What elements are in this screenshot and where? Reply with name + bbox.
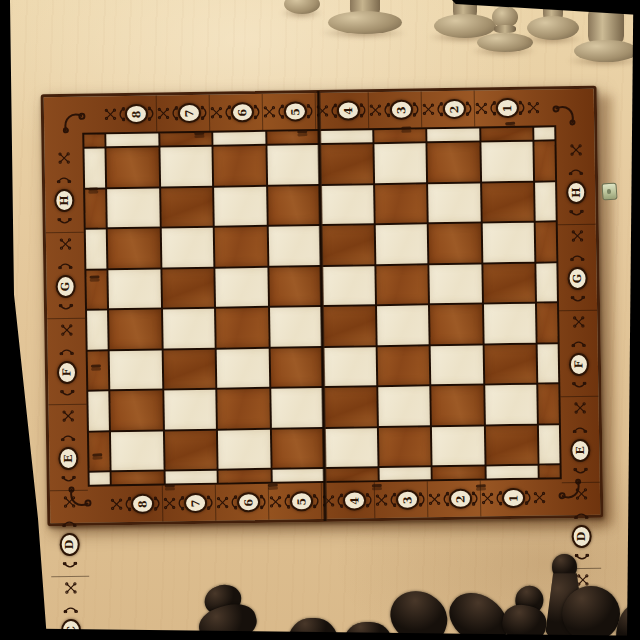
square-f6[interactable] (215, 227, 267, 266)
square-f2[interactable] (429, 224, 481, 263)
square-d1[interactable] (483, 304, 535, 343)
curl-icon (59, 476, 79, 484)
x-scroll-icon (110, 493, 123, 515)
x-scroll-icon (475, 97, 488, 119)
coordinate-medallion: 4 (343, 490, 366, 510)
square-g1[interactable] (482, 182, 534, 221)
coordinate-label: 4 (343, 107, 354, 115)
border-filler (86, 229, 107, 268)
curl-icon (571, 511, 591, 519)
square-c7[interactable] (163, 349, 215, 388)
burn-stamp-mark (165, 484, 175, 488)
coordinate-medallion: 2 (443, 99, 466, 119)
x-scroll-icon (216, 491, 229, 513)
x-scroll-icon (54, 237, 76, 250)
square-h8[interactable] (106, 148, 158, 187)
coordinate-cell-g: G (558, 224, 597, 311)
x-scroll-icon (564, 143, 586, 156)
x-scroll-icon (566, 229, 588, 242)
curl-icon (57, 390, 77, 398)
coordinate-medallion: F (569, 353, 589, 376)
coordinate-medallion: 1 (496, 98, 519, 118)
curl-icon (569, 382, 589, 390)
square-f8[interactable] (108, 229, 160, 268)
square-a8[interactable] (111, 431, 163, 470)
coordinate-medallion: 3 (390, 100, 413, 120)
coordinate-cell-f: F (47, 318, 86, 405)
square-d6[interactable] (216, 308, 268, 347)
square-d3[interactable] (377, 305, 429, 344)
x-scroll-icon (428, 488, 441, 510)
x-scroll-icon (269, 491, 282, 513)
curl-icon (123, 494, 131, 514)
file-labels-right: H G F E D C B A (556, 139, 599, 466)
coordinate-label: 4 (349, 497, 360, 505)
offboard-black-piece-7[interactable] (562, 586, 620, 640)
square-a1[interactable] (485, 425, 537, 464)
x-scroll-icon (375, 489, 388, 511)
curl-icon (59, 476, 79, 484)
coordinate-medallion: G (55, 275, 75, 298)
border-filler (433, 466, 485, 479)
square-g8[interactable] (107, 188, 159, 227)
square-e7[interactable] (162, 268, 214, 307)
coordinate-cell-4: 4 (315, 92, 369, 129)
curl-icon (117, 104, 125, 124)
curl-icon (382, 100, 390, 120)
border-filler (486, 466, 538, 479)
curl-icon (568, 296, 588, 304)
coordinate-cell-e: E (49, 404, 88, 491)
coordinate-cell-h: H (44, 147, 83, 233)
coordinate-label: G (60, 282, 71, 292)
curl-icon (335, 491, 343, 511)
x-scroll-icon (58, 495, 80, 508)
coordinate-label: 1 (502, 104, 513, 112)
curl-icon (170, 103, 178, 123)
x-scroll-icon (570, 487, 592, 500)
x-scroll-icon (269, 491, 282, 513)
curl-icon (488, 98, 496, 118)
square-g4[interactable] (321, 185, 373, 224)
square-h2[interactable] (427, 143, 479, 182)
x-scroll-icon (163, 492, 176, 514)
x-scroll-icon (375, 489, 388, 511)
square-d5[interactable] (270, 307, 322, 346)
coordinate-medallion: 8 (131, 494, 154, 514)
curl-icon (56, 304, 76, 312)
burn-stamp-mark (476, 484, 486, 488)
burn-stamp-mark (88, 187, 98, 191)
square-h6[interactable] (213, 146, 265, 185)
x-scroll-icon (533, 487, 546, 509)
coordinate-label: D (576, 532, 587, 542)
file-labels-left: H G F E D C B A (44, 147, 87, 474)
x-scroll-icon (58, 495, 80, 508)
curl-icon (61, 605, 81, 613)
curl-icon (170, 103, 178, 123)
border-filler (534, 141, 555, 180)
coordinate-cell-f: F (559, 310, 598, 397)
x-scroll-icon (57, 409, 79, 422)
x-scroll-icon (369, 99, 382, 121)
coordinate-label: 3 (396, 106, 407, 114)
coordinate-cell-h: H (556, 139, 595, 225)
square-c6[interactable] (217, 348, 269, 387)
coordinate-label: H (59, 195, 70, 206)
square-c2[interactable] (431, 345, 483, 384)
curl-icon (494, 488, 502, 508)
x-scroll-icon (163, 492, 176, 514)
curl-icon (567, 210, 587, 218)
square-b1[interactable] (485, 385, 537, 424)
square-f3[interactable] (375, 224, 427, 263)
coordinate-label: 6 (243, 498, 254, 506)
coordinate-label: 7 (184, 109, 195, 117)
curl-icon (55, 261, 75, 269)
piece-base (527, 16, 579, 40)
curl-icon (441, 489, 449, 509)
curl-icon (55, 218, 75, 226)
coordinate-medallion: D (60, 533, 80, 556)
coordinate-medallion: 5 (290, 491, 313, 511)
curl-icon (569, 339, 589, 347)
curl-icon (56, 304, 76, 312)
coordinate-label: E (575, 446, 586, 455)
offboard-white-piece-1[interactable] (328, 0, 402, 34)
square-g5[interactable] (268, 186, 320, 225)
coordinate-cell-3: 3 (368, 91, 422, 128)
coordinate-cell-5: 5 (262, 93, 316, 130)
photo-frame: 8 7 6 5 4 3 2 1 (0, 0, 640, 640)
border-filler (165, 471, 217, 484)
coordinate-cell-g: G (46, 232, 85, 319)
x-scroll-icon (53, 151, 75, 164)
chess-board: 8 7 6 5 4 3 2 1 (41, 86, 604, 527)
curl-icon (435, 99, 443, 119)
square-b7[interactable] (164, 390, 216, 429)
curl-icon (176, 493, 184, 513)
curl-icon (488, 98, 496, 118)
piece-silhouette (562, 586, 620, 640)
border-filler (538, 344, 559, 383)
border-filler (374, 129, 426, 142)
square-e4[interactable] (322, 266, 374, 305)
curl-icon (59, 519, 79, 527)
x-scroll-icon (59, 581, 81, 594)
curl-icon (525, 488, 533, 508)
border-filler (85, 189, 106, 228)
border-filler (427, 129, 479, 142)
square-g7[interactable] (161, 187, 213, 226)
border-filler (87, 310, 108, 349)
curl-icon (570, 425, 590, 433)
coordinate-medallion: 5 (284, 101, 307, 121)
x-scroll-icon (216, 491, 229, 513)
square-g6[interactable] (214, 186, 266, 225)
border-filler (213, 132, 265, 145)
square-g2[interactable] (428, 183, 480, 222)
border-filler (379, 467, 431, 480)
coordinate-cell-7: 7 (162, 485, 216, 522)
square-b2[interactable] (431, 385, 483, 424)
coordinate-medallion: 3 (396, 490, 419, 510)
square-e3[interactable] (376, 265, 428, 304)
square-h7[interactable] (160, 147, 212, 186)
square-a7[interactable] (164, 430, 216, 469)
x-scroll-icon (57, 409, 79, 422)
curl-icon (566, 167, 586, 175)
x-scroll-icon (263, 101, 276, 123)
curl-icon (229, 492, 237, 512)
coordinate-label: 8 (137, 500, 148, 508)
curl-icon (571, 511, 591, 519)
coordinate-label: 2 (455, 495, 466, 503)
coordinate-label: 1 (508, 494, 519, 502)
curl-icon (61, 605, 81, 613)
coordinate-medallion: D (571, 525, 591, 548)
curl-icon (58, 433, 78, 441)
coordinate-label: F (61, 369, 72, 377)
curl-icon (60, 562, 80, 570)
curl-icon (276, 102, 284, 122)
curl-icon (569, 339, 589, 347)
curl-icon (569, 382, 589, 390)
coordinate-label: 2 (449, 105, 460, 113)
coordinate-cell-3: 3 (374, 481, 428, 518)
curl-icon (382, 100, 390, 120)
border-filler (219, 470, 271, 483)
border-filler (539, 425, 560, 464)
curl-icon (494, 488, 502, 508)
coordinate-cell-2: 2 (421, 91, 475, 128)
square-f1[interactable] (482, 223, 534, 262)
border-filler (267, 131, 319, 144)
coordinate-medallion: E (58, 447, 78, 470)
square-e5[interactable] (269, 267, 321, 306)
x-scroll-icon (569, 401, 591, 414)
curl-icon (223, 102, 231, 122)
x-scroll-icon (481, 487, 494, 509)
coordinate-label: D (64, 540, 75, 550)
square-g3[interactable] (375, 184, 427, 223)
curl-icon (123, 494, 131, 514)
x-scroll-icon (110, 493, 123, 515)
square-c8[interactable] (110, 350, 162, 389)
coordinate-label: H (571, 187, 582, 198)
coordinate-medallion: 4 (337, 100, 360, 120)
square-f7[interactable] (161, 228, 213, 267)
square-c5[interactable] (270, 348, 322, 387)
square-d7[interactable] (163, 309, 215, 348)
x-scroll-icon (104, 103, 117, 125)
burn-stamp-mark (194, 131, 204, 135)
curl-icon (55, 261, 75, 269)
coordinate-cell-e: E (560, 396, 599, 483)
square-a2[interactable] (432, 426, 484, 465)
coordinate-cell-4: 4 (321, 482, 375, 519)
x-scroll-icon (564, 143, 586, 156)
x-scroll-icon (157, 102, 170, 124)
curl-icon (388, 490, 396, 510)
coordinate-label: E (63, 454, 74, 463)
square-e8[interactable] (108, 269, 160, 308)
border-filler (535, 182, 556, 221)
piece-base (574, 40, 638, 62)
coordinate-medallion: 6 (237, 492, 260, 512)
coordinate-label: 7 (190, 499, 201, 507)
square-b5[interactable] (271, 388, 323, 427)
border-filler (540, 465, 560, 477)
coordinate-cell-7: 7 (156, 95, 210, 132)
border-filler (160, 133, 212, 146)
square-a3[interactable] (378, 427, 430, 466)
square-c3[interactable] (377, 346, 429, 385)
coordinate-medallion: 8 (125, 104, 148, 124)
curl-icon (525, 488, 533, 508)
x-scroll-icon (567, 315, 589, 328)
burn-stamp-mark (372, 484, 382, 488)
square-a6[interactable] (218, 429, 270, 468)
curl-icon (57, 347, 77, 355)
x-scroll-icon (210, 102, 223, 124)
curl-icon (117, 104, 125, 124)
coordinate-medallion: 1 (502, 488, 525, 508)
curl-icon (60, 562, 80, 570)
piece-highlight (562, 586, 620, 640)
square-b8[interactable] (110, 391, 162, 430)
square-b6[interactable] (217, 389, 269, 428)
offboard-white-piece-0[interactable] (284, 0, 320, 14)
x-scroll-icon (566, 229, 588, 242)
curl-icon (519, 98, 527, 118)
coordinate-label: 8 (131, 110, 142, 118)
coordinate-cell-6: 6 (215, 484, 269, 521)
x-scroll-icon (55, 323, 77, 336)
curl-icon (567, 210, 587, 218)
border-filler (538, 384, 559, 423)
square-c1[interactable] (484, 344, 536, 383)
square-d8[interactable] (109, 310, 161, 349)
square-d4[interactable] (323, 306, 375, 345)
coordinate-cell-8: 8 (110, 486, 163, 523)
square-h4[interactable] (320, 144, 372, 183)
border-filler (272, 469, 324, 482)
curl-icon (223, 102, 231, 122)
curl-icon (276, 102, 284, 122)
burn-stamp-mark (401, 126, 411, 130)
border-filler (84, 134, 104, 146)
x-scroll-icon (481, 487, 494, 509)
square-h1[interactable] (481, 142, 533, 181)
x-scroll-icon (527, 97, 540, 119)
coordinate-cell-d: D (50, 490, 89, 577)
coordinate-medallion: G (567, 267, 587, 290)
x-scroll-icon (567, 315, 589, 328)
coordinate-medallion: E (570, 439, 590, 462)
square-b3[interactable] (378, 386, 430, 425)
coordinate-label: 5 (290, 107, 301, 115)
square-a4[interactable] (325, 428, 377, 467)
square-e6[interactable] (215, 267, 267, 306)
curl-icon (441, 489, 449, 509)
burn-stamp-mark (93, 453, 103, 457)
border-filler (534, 127, 554, 139)
coordinate-cell-1: 1 (480, 480, 547, 517)
curl-icon (282, 492, 290, 512)
curl-icon (58, 433, 78, 441)
square-e2[interactable] (429, 264, 481, 303)
offboard-white-pawn[interactable] (477, 6, 533, 52)
coordinate-medallion: 7 (184, 493, 207, 513)
square-f5[interactable] (268, 226, 320, 265)
coordinate-label: 6 (237, 108, 248, 116)
x-scroll-icon (570, 487, 592, 500)
burn-stamp-mark (297, 130, 307, 134)
square-c4[interactable] (324, 347, 376, 386)
square-f4[interactable] (322, 225, 374, 264)
curl-icon (176, 493, 184, 513)
curl-icon (567, 253, 587, 261)
curl-icon (229, 492, 237, 512)
x-scroll-icon (369, 99, 382, 121)
border-filler (89, 432, 110, 471)
curl-icon (571, 468, 591, 476)
coordinate-cell-6: 6 (209, 94, 263, 131)
x-scroll-icon (54, 237, 76, 250)
square-e1[interactable] (483, 263, 535, 302)
coordinate-medallion: 2 (449, 489, 472, 509)
coordinate-medallion: 7 (178, 103, 201, 123)
x-scroll-icon (428, 488, 441, 510)
curl-icon (388, 490, 396, 510)
square-h3[interactable] (374, 143, 426, 182)
x-scroll-icon (569, 401, 591, 414)
square-d2[interactable] (430, 304, 482, 343)
pawn-collar (494, 25, 516, 32)
border-filler (320, 130, 372, 143)
curl-icon (519, 98, 527, 118)
curl-icon (59, 519, 79, 527)
coordinate-cell-5: 5 (268, 483, 322, 520)
coordinate-medallion: 6 (231, 102, 254, 122)
coordinate-label: 5 (296, 497, 307, 505)
coordinate-label: G (572, 274, 583, 284)
x-scroll-icon (210, 102, 223, 124)
x-scroll-icon (55, 323, 77, 336)
x-scroll-icon (104, 103, 117, 125)
x-scroll-icon (422, 98, 435, 120)
curl-icon (329, 101, 337, 121)
x-scroll-icon (527, 97, 540, 119)
square-h5[interactable] (267, 145, 319, 184)
coordinate-label: F (573, 360, 584, 368)
curl-icon (282, 492, 290, 512)
board-clasp[interactable] (601, 182, 617, 200)
coordinate-medallion: F (57, 361, 77, 384)
border-filler (90, 472, 110, 484)
square-b4[interactable] (324, 387, 376, 426)
coordinate-cell-2: 2 (427, 481, 481, 518)
curl-icon (57, 390, 77, 398)
curl-icon (55, 218, 75, 226)
coordinate-cell-1: 1 (474, 90, 541, 127)
coordinate-cell-8: 8 (104, 96, 157, 133)
border-filler (537, 303, 558, 342)
square-a5[interactable] (271, 429, 323, 468)
x-scroll-icon (59, 581, 81, 594)
border-filler (536, 222, 557, 261)
